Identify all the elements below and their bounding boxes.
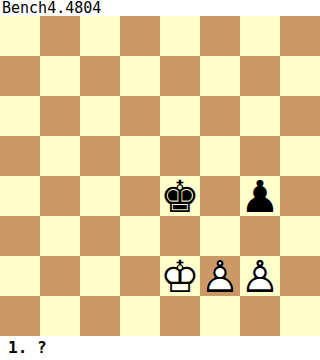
square-h4[interactable] [280, 176, 320, 216]
square-a5[interactable] [0, 136, 40, 176]
square-h1[interactable] [280, 296, 320, 336]
square-h6[interactable] [280, 96, 320, 136]
square-e7[interactable] [160, 56, 200, 96]
square-f5[interactable] [200, 136, 240, 176]
square-f4[interactable] [200, 176, 240, 216]
square-b7[interactable] [40, 56, 80, 96]
black-king: ♚ [160, 177, 199, 217]
square-e4[interactable]: ♚ [160, 176, 200, 216]
white-king: ♚♔ [160, 257, 199, 297]
square-h8[interactable] [280, 16, 320, 56]
square-f6[interactable] [200, 96, 240, 136]
window-title: Bench4.4804 [0, 0, 320, 16]
square-c4[interactable] [80, 176, 120, 216]
white-pawn-outline: ♙ [240, 251, 279, 302]
square-f1[interactable] [200, 296, 240, 336]
square-a2[interactable] [0, 256, 40, 296]
square-d8[interactable] [120, 16, 160, 56]
square-d1[interactable] [120, 296, 160, 336]
square-d4[interactable] [120, 176, 160, 216]
square-a1[interactable] [0, 296, 40, 336]
square-g3[interactable] [240, 216, 280, 256]
square-c6[interactable] [80, 96, 120, 136]
chess-board: ♚♟♚♔♟♙♟♙ [0, 16, 320, 336]
square-g7[interactable] [240, 56, 280, 96]
square-h7[interactable] [280, 56, 320, 96]
white-pawn-outline: ♙ [200, 251, 239, 302]
square-f8[interactable] [200, 16, 240, 56]
square-f7[interactable] [200, 56, 240, 96]
square-b6[interactable] [40, 96, 80, 136]
square-h2[interactable] [280, 256, 320, 296]
square-a4[interactable] [0, 176, 40, 216]
white-pawn: ♟♙ [200, 257, 239, 297]
square-e6[interactable] [160, 96, 200, 136]
square-c3[interactable] [80, 216, 120, 256]
square-c7[interactable] [80, 56, 120, 96]
move-prompt: 1. ? [0, 336, 320, 360]
white-king-outline: ♔ [160, 251, 199, 302]
square-d3[interactable] [120, 216, 160, 256]
square-c8[interactable] [80, 16, 120, 56]
square-e5[interactable] [160, 136, 200, 176]
square-c5[interactable] [80, 136, 120, 176]
square-g6[interactable] [240, 96, 280, 136]
square-h5[interactable] [280, 136, 320, 176]
square-g8[interactable] [240, 16, 280, 56]
square-b5[interactable] [40, 136, 80, 176]
square-g4[interactable]: ♟ [240, 176, 280, 216]
square-a7[interactable] [0, 56, 40, 96]
square-d6[interactable] [120, 96, 160, 136]
square-d7[interactable] [120, 56, 160, 96]
square-g1[interactable] [240, 296, 280, 336]
square-d5[interactable] [120, 136, 160, 176]
square-d2[interactable] [120, 256, 160, 296]
square-c2[interactable] [80, 256, 120, 296]
square-e3[interactable] [160, 216, 200, 256]
square-b8[interactable] [40, 16, 80, 56]
square-e1[interactable] [160, 296, 200, 336]
square-h3[interactable] [280, 216, 320, 256]
square-a8[interactable] [0, 16, 40, 56]
square-g2[interactable]: ♟♙ [240, 256, 280, 296]
square-c1[interactable] [80, 296, 120, 336]
square-b1[interactable] [40, 296, 80, 336]
square-b4[interactable] [40, 176, 80, 216]
square-e2[interactable]: ♚♔ [160, 256, 200, 296]
square-b2[interactable] [40, 256, 80, 296]
white-pawn: ♟♙ [240, 257, 279, 297]
square-a3[interactable] [0, 216, 40, 256]
square-b3[interactable] [40, 216, 80, 256]
square-f3[interactable] [200, 216, 240, 256]
square-a6[interactable] [0, 96, 40, 136]
black-pawn: ♟ [240, 177, 279, 217]
square-e8[interactable] [160, 16, 200, 56]
square-f2[interactable]: ♟♙ [200, 256, 240, 296]
square-g5[interactable] [240, 136, 280, 176]
